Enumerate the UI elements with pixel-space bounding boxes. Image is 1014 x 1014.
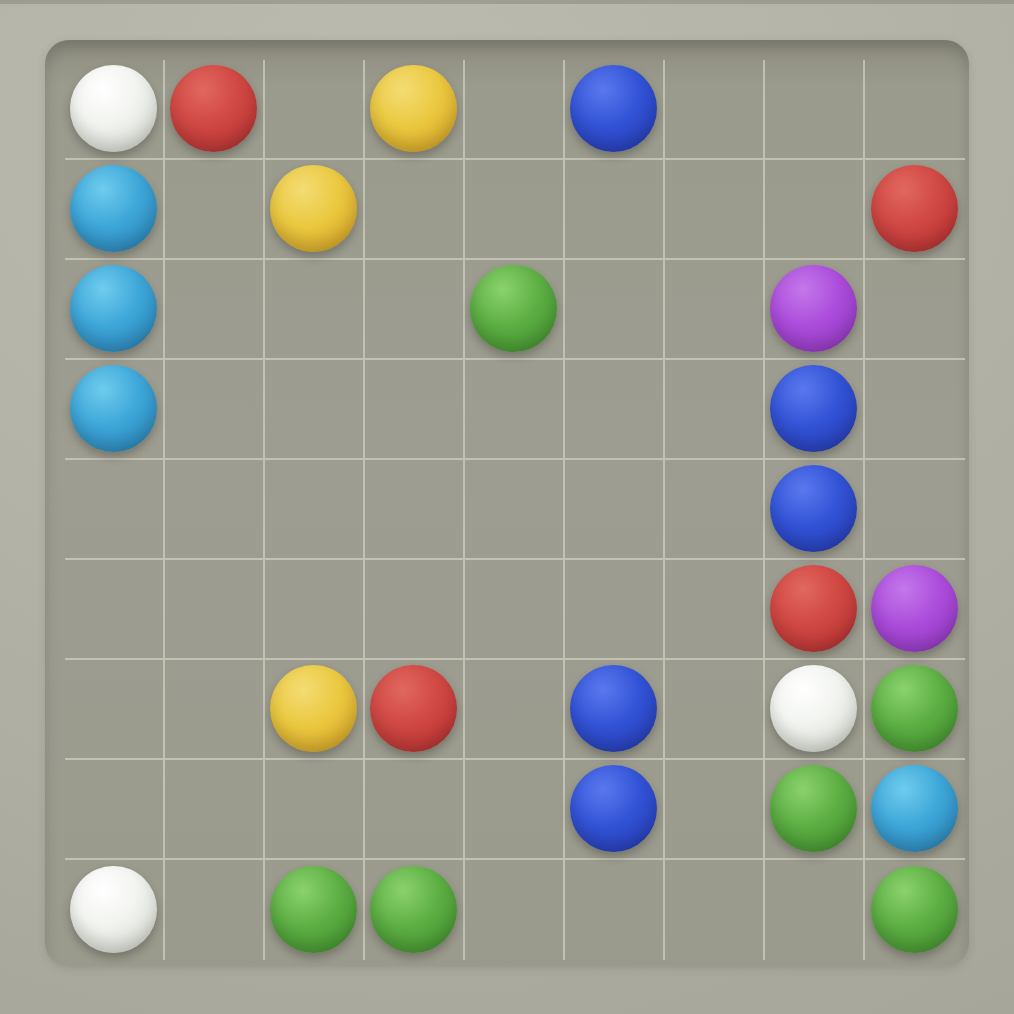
ball-yellow[interactable] [370, 65, 457, 152]
cell-r7c8[interactable] [765, 660, 865, 760]
cell-r5c8[interactable] [765, 460, 865, 560]
cell-r4c9[interactable] [865, 360, 965, 460]
cell-r9c2[interactable] [165, 860, 265, 960]
cell-r3c4[interactable] [365, 260, 465, 360]
cell-r8c1[interactable] [65, 760, 165, 860]
cell-r8c4[interactable] [365, 760, 465, 860]
ball-blue[interactable] [770, 465, 857, 552]
cell-r6c3[interactable] [265, 560, 365, 660]
cell-r3c9[interactable] [865, 260, 965, 360]
cell-r8c5[interactable] [465, 760, 565, 860]
cell-r7c7[interactable] [665, 660, 765, 760]
cell-r9c7[interactable] [665, 860, 765, 960]
ball-green[interactable] [470, 265, 557, 352]
game-board [45, 40, 969, 967]
cell-r1c7[interactable] [665, 60, 765, 160]
cell-r3c2[interactable] [165, 260, 265, 360]
cell-r5c6[interactable] [565, 460, 665, 560]
cell-r2c8[interactable] [765, 160, 865, 260]
ball-red[interactable] [871, 165, 958, 252]
cell-r2c7[interactable] [665, 160, 765, 260]
cell-r1c2[interactable] [165, 60, 265, 160]
cell-r5c5[interactable] [465, 460, 565, 560]
cell-r6c1[interactable] [65, 560, 165, 660]
cell-r3c7[interactable] [665, 260, 765, 360]
cell-r9c4[interactable] [365, 860, 465, 960]
cell-r5c4[interactable] [365, 460, 465, 560]
cell-r2c4[interactable] [365, 160, 465, 260]
cell-r7c9[interactable] [865, 660, 965, 760]
cell-r1c9[interactable] [865, 60, 965, 160]
board-grid [65, 60, 965, 960]
cell-r2c2[interactable] [165, 160, 265, 260]
cell-r8c3[interactable] [265, 760, 365, 860]
cell-r1c3[interactable] [265, 60, 365, 160]
cell-r3c8[interactable] [765, 260, 865, 360]
ball-yellow[interactable] [270, 665, 357, 752]
ball-purple[interactable] [871, 565, 958, 652]
cell-r4c1[interactable] [65, 360, 165, 460]
cell-r9c9[interactable] [865, 860, 965, 960]
cell-r4c3[interactable] [265, 360, 365, 460]
cell-r6c5[interactable] [465, 560, 565, 660]
ball-red[interactable] [770, 565, 857, 652]
ball-green[interactable] [270, 866, 357, 953]
cell-r2c9[interactable] [865, 160, 965, 260]
cell-r8c7[interactable] [665, 760, 765, 860]
cell-r4c8[interactable] [765, 360, 865, 460]
cell-r2c5[interactable] [465, 160, 565, 260]
cell-r5c1[interactable] [65, 460, 165, 560]
cell-r4c6[interactable] [565, 360, 665, 460]
cell-r9c6[interactable] [565, 860, 665, 960]
cell-r2c1[interactable] [65, 160, 165, 260]
cell-r1c8[interactable] [765, 60, 865, 160]
cell-r6c7[interactable] [665, 560, 765, 660]
cell-r9c3[interactable] [265, 860, 365, 960]
cell-r9c8[interactable] [765, 860, 865, 960]
cell-r6c4[interactable] [365, 560, 465, 660]
ball-cyan[interactable] [70, 365, 157, 452]
cell-r4c2[interactable] [165, 360, 265, 460]
cell-r6c6[interactable] [565, 560, 665, 660]
cell-r3c3[interactable] [265, 260, 365, 360]
cell-r1c1[interactable] [65, 60, 165, 160]
ball-white[interactable] [770, 665, 857, 752]
cell-r5c9[interactable] [865, 460, 965, 560]
cell-r7c3[interactable] [265, 660, 365, 760]
cell-r7c5[interactable] [465, 660, 565, 760]
ball-blue[interactable] [570, 65, 657, 152]
ball-purple[interactable] [770, 265, 857, 352]
ball-cyan[interactable] [70, 265, 157, 352]
ball-blue[interactable] [770, 365, 857, 452]
cell-r8c2[interactable] [165, 760, 265, 860]
ball-white[interactable] [70, 65, 157, 152]
cell-r1c5[interactable] [465, 60, 565, 160]
cell-r5c7[interactable] [665, 460, 765, 560]
cell-r7c4[interactable] [365, 660, 465, 760]
cell-r1c4[interactable] [365, 60, 465, 160]
cell-r9c5[interactable] [465, 860, 565, 960]
ball-green[interactable] [770, 765, 857, 852]
cell-r8c6[interactable] [565, 760, 665, 860]
cell-r8c9[interactable] [865, 760, 965, 860]
cell-r4c4[interactable] [365, 360, 465, 460]
cell-r4c5[interactable] [465, 360, 565, 460]
cell-r2c3[interactable] [265, 160, 365, 260]
cell-r4c7[interactable] [665, 360, 765, 460]
ball-green[interactable] [871, 665, 958, 752]
cell-r8c8[interactable] [765, 760, 865, 860]
ball-blue[interactable] [570, 665, 657, 752]
ball-green[interactable] [370, 866, 457, 953]
game-background [0, 0, 1014, 1014]
cell-r3c5[interactable] [465, 260, 565, 360]
cell-r5c2[interactable] [165, 460, 265, 560]
cell-r1c6[interactable] [565, 60, 665, 160]
ball-red[interactable] [170, 65, 257, 152]
cell-r7c1[interactable] [65, 660, 165, 760]
cell-r3c1[interactable] [65, 260, 165, 360]
cell-r2c6[interactable] [565, 160, 665, 260]
ball-cyan[interactable] [871, 765, 958, 852]
ball-cyan[interactable] [70, 165, 157, 252]
ball-white[interactable] [70, 866, 157, 953]
ball-red[interactable] [370, 665, 457, 752]
cell-r6c9[interactable] [865, 560, 965, 660]
ball-blue[interactable] [570, 765, 657, 852]
cell-r6c2[interactable] [165, 560, 265, 660]
ball-green[interactable] [871, 866, 958, 953]
cell-r6c8[interactable] [765, 560, 865, 660]
cell-r7c2[interactable] [165, 660, 265, 760]
cell-r9c1[interactable] [65, 860, 165, 960]
cell-r3c6[interactable] [565, 260, 665, 360]
cell-r5c3[interactable] [265, 460, 365, 560]
ball-yellow[interactable] [270, 165, 357, 252]
cell-r7c6[interactable] [565, 660, 665, 760]
